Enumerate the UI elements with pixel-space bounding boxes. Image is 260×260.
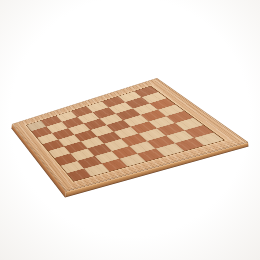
product-photo: [0, 0, 260, 260]
playing-area: [26, 86, 226, 182]
